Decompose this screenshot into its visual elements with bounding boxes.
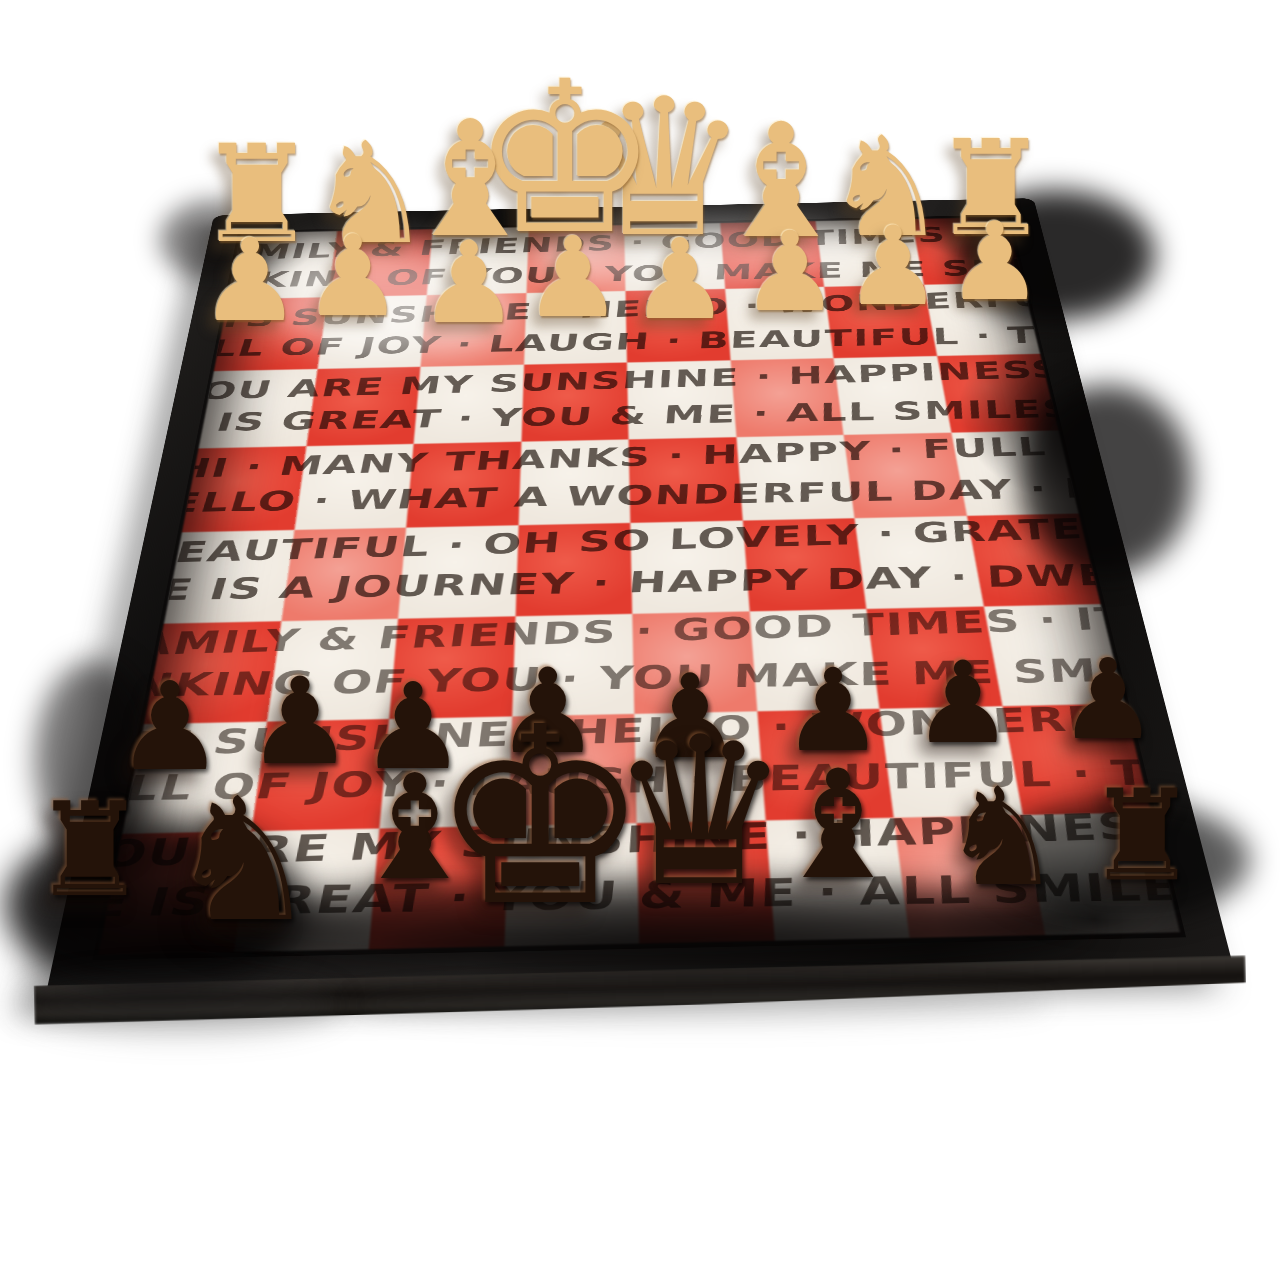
piece-black-king-e8[interactable]: ♚ bbox=[430, 695, 650, 940]
photo-canvas: FAMILY & FRIENDS · GOOD TIMES · ITS A GO… bbox=[0, 0, 1280, 1280]
piece-white-pawn-b2[interactable]: ♟ bbox=[844, 212, 942, 321]
piece-white-pawn-d2[interactable]: ♟ bbox=[630, 224, 730, 335]
piece-black-knight-b8[interactable]: ♞ bbox=[941, 770, 1062, 905]
piece-white-pawn-a2[interactable]: ♟ bbox=[947, 208, 1044, 316]
piece-black-pawn-b7[interactable]: ♟ bbox=[912, 647, 1013, 760]
piece-white-pawn-g2[interactable]: ♟ bbox=[303, 220, 403, 332]
piece-white-pawn-h2[interactable]: ♟ bbox=[199, 224, 301, 338]
piece-black-rook-a8[interactable]: ♜ bbox=[1086, 773, 1198, 898]
piece-black-knight-g8[interactable]: ♞ bbox=[167, 775, 319, 945]
piece-white-pawn-e2[interactable]: ♟ bbox=[523, 222, 623, 333]
piece-white-pawn-f2[interactable]: ♟ bbox=[418, 227, 519, 340]
piece-white-pawn-c2[interactable]: ♟ bbox=[741, 217, 840, 327]
piece-black-pawn-a7[interactable]: ♟ bbox=[1058, 644, 1158, 755]
piece-black-rook-h8[interactable]: ♜ bbox=[32, 785, 149, 915]
